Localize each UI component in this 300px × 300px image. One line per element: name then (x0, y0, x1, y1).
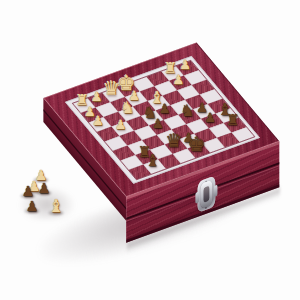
piece-black-B[interactable]: ♝ (145, 154, 159, 170)
piece-black-P[interactable]: ♟ (152, 117, 164, 130)
piece-white-Q[interactable]: ♛ (103, 79, 120, 98)
piece-white-P[interactable]: ♟ (115, 118, 127, 131)
piece-black-K[interactable]: ♚ (188, 134, 206, 154)
piece-black-P[interactable]: ♟ (22, 184, 35, 198)
clasp-hinge-right (214, 185, 218, 197)
piece-black-P[interactable]: ♟ (159, 102, 171, 115)
piece-black-P[interactable]: ♟ (38, 181, 51, 195)
piece-white-B[interactable]: ♝ (48, 197, 64, 215)
piece-white-P[interactable]: ♟ (179, 58, 191, 71)
piece-black-R[interactable]: ♜ (226, 113, 239, 128)
clasp-hinge-left (195, 191, 199, 203)
chess-box-photo: ♜♟♛♚♜♟♟♟♟♟♞♝♟♞♟♟♞♟♟♝♜♛♟♜♝♚♟♟♟♟♟♝ (0, 0, 300, 300)
piece-white-P[interactable]: ♟ (172, 73, 184, 86)
clasp-latch-slot (203, 186, 209, 203)
piece-black-Q[interactable]: ♛ (165, 131, 182, 150)
piece-white-N[interactable]: ♞ (120, 101, 134, 117)
piece-white-P[interactable]: ♟ (91, 90, 103, 103)
piece-white-P[interactable]: ♟ (92, 114, 104, 127)
piece-black-N[interactable]: ♞ (180, 104, 194, 120)
piece-black-P[interactable]: ♟ (204, 111, 216, 124)
piece-black-P[interactable]: ♟ (26, 199, 39, 213)
